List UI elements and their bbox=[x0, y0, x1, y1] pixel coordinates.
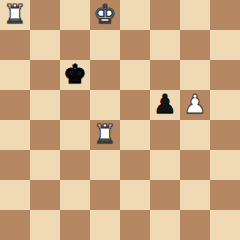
square-e3[interactable] bbox=[120, 150, 150, 180]
black-pawn-icon[interactable]: ♟ bbox=[153, 89, 176, 119]
square-e4[interactable] bbox=[120, 120, 150, 150]
square-g7[interactable] bbox=[180, 30, 210, 60]
square-f1[interactable] bbox=[150, 210, 180, 240]
white-rook-icon[interactable]: ♜ bbox=[3, 0, 26, 29]
square-b1[interactable] bbox=[30, 210, 60, 240]
square-h8[interactable] bbox=[210, 0, 240, 30]
square-b6[interactable] bbox=[30, 60, 60, 90]
square-c7[interactable] bbox=[60, 30, 90, 60]
square-f5[interactable]: ♟ bbox=[150, 90, 180, 120]
square-b4[interactable] bbox=[30, 120, 60, 150]
white-rook-icon[interactable]: ♜ bbox=[93, 119, 116, 149]
square-g4[interactable] bbox=[180, 120, 210, 150]
white-king-icon[interactable]: ♚ bbox=[93, 0, 116, 29]
square-g5[interactable]: ♟ bbox=[180, 90, 210, 120]
square-a5[interactable] bbox=[0, 90, 30, 120]
square-b3[interactable] bbox=[30, 150, 60, 180]
square-f7[interactable] bbox=[150, 30, 180, 60]
square-f3[interactable] bbox=[150, 150, 180, 180]
square-c6[interactable]: ♚ bbox=[60, 60, 90, 90]
square-g3[interactable] bbox=[180, 150, 210, 180]
square-d1[interactable] bbox=[90, 210, 120, 240]
square-e8[interactable] bbox=[120, 0, 150, 30]
square-c4[interactable] bbox=[60, 120, 90, 150]
square-b7[interactable] bbox=[30, 30, 60, 60]
square-e7[interactable] bbox=[120, 30, 150, 60]
square-g6[interactable] bbox=[180, 60, 210, 90]
square-d4[interactable]: ♜ bbox=[90, 120, 120, 150]
black-king-icon[interactable]: ♚ bbox=[63, 59, 86, 89]
square-d2[interactable] bbox=[90, 180, 120, 210]
square-a1[interactable] bbox=[0, 210, 30, 240]
square-h6[interactable] bbox=[210, 60, 240, 90]
square-f2[interactable] bbox=[150, 180, 180, 210]
square-e5[interactable] bbox=[120, 90, 150, 120]
square-h1[interactable] bbox=[210, 210, 240, 240]
square-d6[interactable] bbox=[90, 60, 120, 90]
square-a8[interactable]: ♜ bbox=[0, 0, 30, 30]
square-f4[interactable] bbox=[150, 120, 180, 150]
square-d3[interactable] bbox=[90, 150, 120, 180]
square-c8[interactable] bbox=[60, 0, 90, 30]
square-f6[interactable] bbox=[150, 60, 180, 90]
square-c3[interactable] bbox=[60, 150, 90, 180]
square-b8[interactable] bbox=[30, 0, 60, 30]
square-h3[interactable] bbox=[210, 150, 240, 180]
square-f8[interactable] bbox=[150, 0, 180, 30]
square-c5[interactable] bbox=[60, 90, 90, 120]
square-a6[interactable] bbox=[0, 60, 30, 90]
square-b2[interactable] bbox=[30, 180, 60, 210]
square-c2[interactable] bbox=[60, 180, 90, 210]
square-a4[interactable] bbox=[0, 120, 30, 150]
square-g8[interactable] bbox=[180, 0, 210, 30]
chess-board: ♜♚♚♟♟♜ bbox=[0, 0, 240, 240]
square-a2[interactable] bbox=[0, 180, 30, 210]
white-pawn-icon[interactable]: ♟ bbox=[183, 89, 206, 119]
square-h2[interactable] bbox=[210, 180, 240, 210]
square-d7[interactable] bbox=[90, 30, 120, 60]
square-b5[interactable] bbox=[30, 90, 60, 120]
square-e1[interactable] bbox=[120, 210, 150, 240]
square-h4[interactable] bbox=[210, 120, 240, 150]
square-g1[interactable] bbox=[180, 210, 210, 240]
square-g2[interactable] bbox=[180, 180, 210, 210]
square-h7[interactable] bbox=[210, 30, 240, 60]
chess-board-container: ♜♚♚♟♟♜ bbox=[0, 0, 240, 240]
square-a3[interactable] bbox=[0, 150, 30, 180]
square-h5[interactable] bbox=[210, 90, 240, 120]
square-e2[interactable] bbox=[120, 180, 150, 210]
square-a7[interactable] bbox=[0, 30, 30, 60]
square-c1[interactable] bbox=[60, 210, 90, 240]
square-d5[interactable] bbox=[90, 90, 120, 120]
square-e6[interactable] bbox=[120, 60, 150, 90]
square-d8[interactable]: ♚ bbox=[90, 0, 120, 30]
